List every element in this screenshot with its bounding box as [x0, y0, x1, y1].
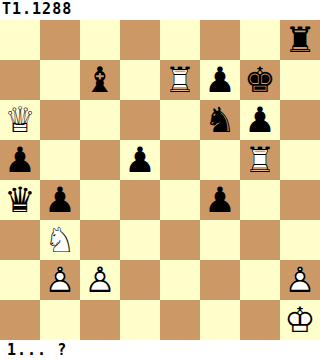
square-a1[interactable] [0, 300, 40, 340]
square-e6[interactable] [160, 100, 200, 140]
square-d8[interactable] [120, 20, 160, 60]
square-d6[interactable] [120, 100, 160, 140]
black-pawn-icon: ♟ [200, 180, 240, 220]
square-e5[interactable] [160, 140, 200, 180]
square-h7[interactable] [280, 60, 320, 100]
square-g1[interactable] [240, 300, 280, 340]
square-c2[interactable]: ♟♙ [80, 260, 120, 300]
square-d5[interactable]: ♟ [120, 140, 160, 180]
square-h5[interactable] [280, 140, 320, 180]
square-c1[interactable] [80, 300, 120, 340]
white-rook-icon: ♜♖ [160, 60, 200, 100]
square-d1[interactable] [120, 300, 160, 340]
square-b6[interactable] [40, 100, 80, 140]
square-d4[interactable] [120, 180, 160, 220]
square-f2[interactable] [200, 260, 240, 300]
square-d7[interactable] [120, 60, 160, 100]
square-c8[interactable] [80, 20, 120, 60]
square-c5[interactable] [80, 140, 120, 180]
white-pawn-icon: ♟♙ [280, 260, 320, 300]
square-f8[interactable] [200, 20, 240, 60]
chess-board: ♜♝♜♖♟♚♛♕♞♟♟♟♜♖♛♟♟♞♘♟♙♟♙♟♙♚♔ [0, 20, 320, 340]
square-b8[interactable] [40, 20, 80, 60]
square-e8[interactable] [160, 20, 200, 60]
square-f5[interactable] [200, 140, 240, 180]
square-d2[interactable] [120, 260, 160, 300]
square-b2[interactable]: ♟♙ [40, 260, 80, 300]
black-bishop-icon: ♝ [80, 60, 120, 100]
white-pawn-icon: ♟♙ [80, 260, 120, 300]
black-pawn-icon: ♟ [40, 180, 80, 220]
square-b7[interactable] [40, 60, 80, 100]
black-queen-icon: ♛ [0, 180, 40, 220]
square-c3[interactable] [80, 220, 120, 260]
black-pawn-icon: ♟ [120, 140, 160, 180]
square-h4[interactable] [280, 180, 320, 220]
square-c6[interactable] [80, 100, 120, 140]
diagram-title: T1.1288 [0, 0, 320, 20]
square-e4[interactable] [160, 180, 200, 220]
square-h1[interactable]: ♚♔ [280, 300, 320, 340]
square-b3[interactable]: ♞♘ [40, 220, 80, 260]
black-pawn-icon: ♟ [240, 100, 280, 140]
square-a6[interactable]: ♛♕ [0, 100, 40, 140]
square-h2[interactable]: ♟♙ [280, 260, 320, 300]
black-knight-icon: ♞ [200, 100, 240, 140]
black-king-icon: ♚ [240, 60, 280, 100]
square-a5[interactable]: ♟ [0, 140, 40, 180]
square-g2[interactable] [240, 260, 280, 300]
move-prompt: 1... ? [0, 340, 320, 360]
white-knight-icon: ♞♘ [40, 220, 80, 260]
white-queen-icon: ♛♕ [0, 100, 40, 140]
square-e3[interactable] [160, 220, 200, 260]
square-a3[interactable] [0, 220, 40, 260]
black-rook-icon: ♜ [280, 20, 320, 60]
white-rook-icon: ♜♖ [240, 140, 280, 180]
square-e7[interactable]: ♜♖ [160, 60, 200, 100]
square-f3[interactable] [200, 220, 240, 260]
square-f7[interactable]: ♟ [200, 60, 240, 100]
square-d3[interactable] [120, 220, 160, 260]
square-a2[interactable] [0, 260, 40, 300]
square-f4[interactable]: ♟ [200, 180, 240, 220]
square-e2[interactable] [160, 260, 200, 300]
square-g4[interactable] [240, 180, 280, 220]
square-b4[interactable]: ♟ [40, 180, 80, 220]
square-a7[interactable] [0, 60, 40, 100]
black-pawn-icon: ♟ [0, 140, 40, 180]
square-g3[interactable] [240, 220, 280, 260]
chess-diagram-page: T1.1288 ♜♝♜♖♟♚♛♕♞♟♟♟♜♖♛♟♟♞♘♟♙♟♙♟♙♚♔ 1...… [0, 0, 320, 360]
square-g5[interactable]: ♜♖ [240, 140, 280, 180]
white-pawn-icon: ♟♙ [40, 260, 80, 300]
square-h3[interactable] [280, 220, 320, 260]
white-king-icon: ♚♔ [280, 300, 320, 340]
square-g6[interactable]: ♟ [240, 100, 280, 140]
square-g7[interactable]: ♚ [240, 60, 280, 100]
square-e1[interactable] [160, 300, 200, 340]
square-f6[interactable]: ♞ [200, 100, 240, 140]
square-b1[interactable] [40, 300, 80, 340]
square-a8[interactable] [0, 20, 40, 60]
square-h6[interactable] [280, 100, 320, 140]
square-h8[interactable]: ♜ [280, 20, 320, 60]
square-c4[interactable] [80, 180, 120, 220]
square-b5[interactable] [40, 140, 80, 180]
square-a4[interactable]: ♛ [0, 180, 40, 220]
square-f1[interactable] [200, 300, 240, 340]
black-pawn-icon: ♟ [200, 60, 240, 100]
square-c7[interactable]: ♝ [80, 60, 120, 100]
square-g8[interactable] [240, 20, 280, 60]
